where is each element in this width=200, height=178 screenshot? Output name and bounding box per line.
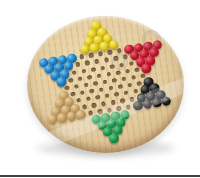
board-hole[interactable]	[93, 81, 98, 86]
board-hole[interactable]	[101, 101, 106, 106]
board-hole[interactable]	[119, 62, 124, 67]
board-hole[interactable]	[133, 89, 138, 94]
board-hole[interactable]	[110, 64, 115, 69]
board-hole[interactable]	[95, 95, 100, 100]
board-hole[interactable]	[121, 76, 126, 81]
board-hole[interactable]	[68, 78, 73, 83]
board-hole[interactable]	[76, 98, 81, 103]
board-hole[interactable]	[126, 104, 131, 109]
board-hole[interactable]	[107, 50, 112, 55]
black-peg[interactable]	[161, 96, 172, 107]
board-hole[interactable]	[123, 55, 128, 60]
natural-peg[interactable]	[76, 109, 87, 120]
board-hole[interactable]	[127, 83, 132, 88]
board-hole[interactable]	[82, 104, 87, 109]
board-hole[interactable]	[114, 92, 119, 97]
board-hole[interactable]	[92, 103, 97, 108]
board-hole[interactable]	[102, 79, 107, 84]
product-photo: МО	[0, 0, 200, 178]
board-hole[interactable]	[125, 69, 130, 74]
board-hole[interactable]	[124, 90, 129, 95]
board-hole[interactable]	[78, 76, 83, 81]
board-hole[interactable]	[74, 84, 79, 89]
board-hole[interactable]	[88, 53, 93, 58]
board-hole[interactable]	[120, 98, 125, 103]
board-hole[interactable]	[79, 54, 84, 59]
board-hole[interactable]	[110, 100, 115, 105]
board-hole[interactable]	[100, 65, 105, 70]
board-hole[interactable]	[112, 78, 117, 83]
board-hole[interactable]	[70, 92, 75, 97]
board-hole[interactable]	[105, 93, 110, 98]
board-hole[interactable]	[86, 96, 91, 101]
black-peg[interactable]	[151, 97, 162, 108]
board-hole[interactable]	[81, 68, 86, 73]
board-hole[interactable]	[98, 51, 103, 56]
board-hole[interactable]	[113, 56, 118, 61]
board-hole[interactable]	[94, 59, 99, 64]
board-hole[interactable]	[87, 75, 92, 80]
board-hole[interactable]	[99, 87, 104, 92]
natural-peg[interactable]	[57, 112, 68, 123]
board-hole[interactable]	[97, 73, 102, 78]
board-hole[interactable]	[104, 58, 109, 63]
board-hole[interactable]	[75, 62, 80, 67]
board-hole[interactable]	[106, 72, 111, 77]
board-hole[interactable]	[80, 90, 85, 95]
board-hole[interactable]	[129, 61, 134, 66]
image-bottom-border	[0, 175, 200, 177]
board-hole[interactable]	[83, 82, 88, 87]
board-hole[interactable]	[118, 84, 123, 89]
red-peg[interactable]	[141, 63, 152, 74]
board-hole[interactable]	[116, 106, 121, 111]
board-hole[interactable]	[85, 61, 90, 66]
green-peg[interactable]	[108, 133, 119, 144]
board-hole[interactable]	[116, 70, 121, 75]
black-peg[interactable]	[132, 100, 143, 111]
board-hole[interactable]	[72, 70, 77, 75]
board-hole[interactable]	[131, 75, 136, 80]
board-hole[interactable]	[108, 86, 113, 91]
board-hole[interactable]	[134, 67, 139, 72]
peg-star-field	[0, 0, 200, 178]
board-hole[interactable]	[91, 67, 96, 72]
board-hole[interactable]	[117, 48, 122, 53]
board-hole[interactable]	[89, 89, 94, 94]
